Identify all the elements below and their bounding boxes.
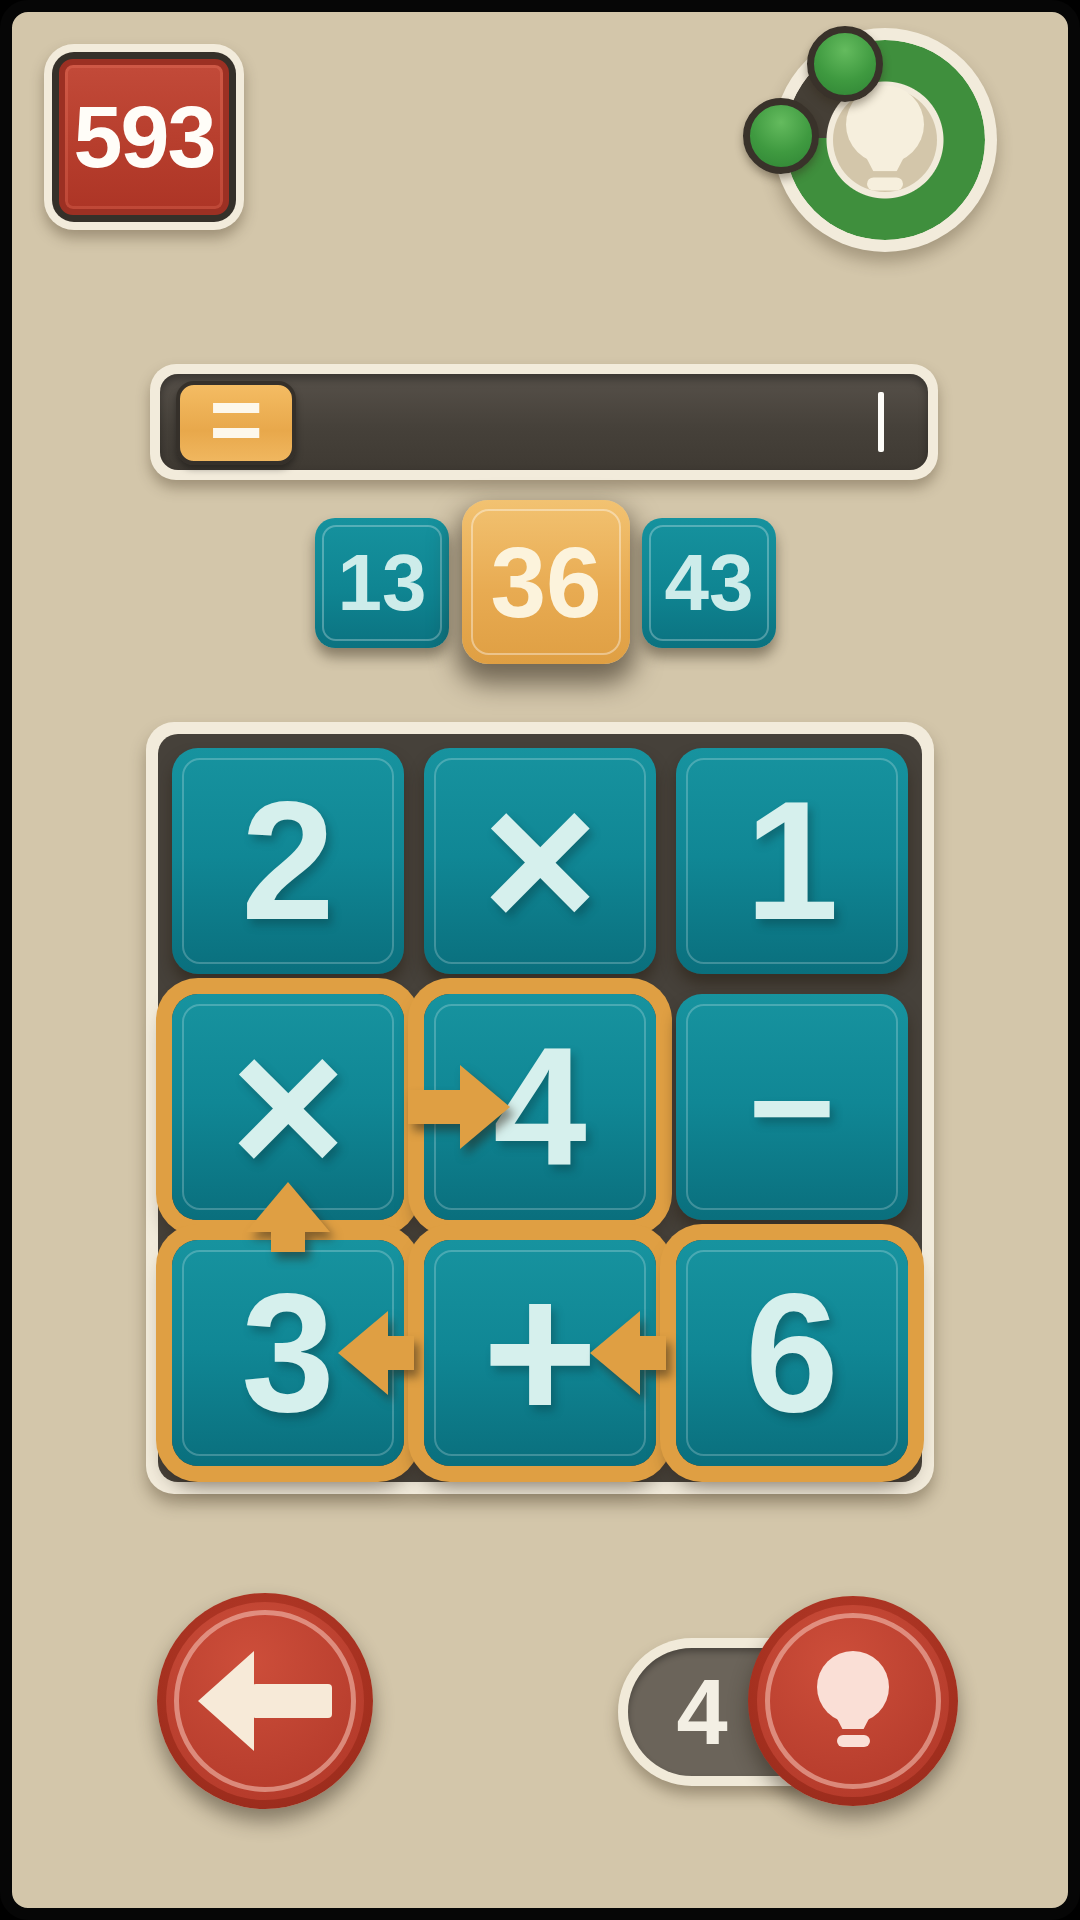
equals-key[interactable]: = [176,381,296,465]
score-badge: 593 [44,44,244,230]
cell-glyph: 2 [241,777,334,945]
puzzle-board: 2 × 1 × 4 − 3 + 6 [158,734,922,1482]
grid-cell-r3c3[interactable]: 6 [676,1240,908,1466]
arrow-left-icon [198,1651,332,1751]
equation-bar: = [150,364,938,480]
cell-glyph: + [482,1254,598,1452]
grid-cell-r2c3[interactable]: − [676,994,908,1220]
cell-glyph: 3 [241,1269,334,1437]
cell-glyph: 6 [745,1269,838,1437]
lightbulb-icon [845,85,925,190]
target-tile-36-active[interactable]: 36 [462,500,630,664]
cell-glyph: × [482,762,598,960]
text-cursor [878,392,884,452]
target-tile-43[interactable]: 43 [642,518,776,648]
cell-glyph: 1 [745,777,838,945]
game-screen: 593 = 13 36 43 2 × 1 × 4 − 3 [0,0,1080,1920]
puzzle-grid-panel: 2 × 1 × 4 − 3 + 6 [146,722,934,1494]
equals-icon: = [209,419,263,427]
grid-cell-r1c2[interactable]: × [424,748,656,974]
ring-knob-icon [807,26,883,102]
grid-cell-r1c3[interactable]: 1 [676,748,908,974]
cell-glyph: − [748,1032,836,1182]
score-value: 593 [44,44,244,230]
hint-ring-button[interactable] [773,28,997,252]
cell-glyph: × [230,1008,346,1206]
lightbulb-icon [816,1651,890,1747]
hint-button[interactable] [748,1596,958,1806]
undo-back-button[interactable] [157,1593,373,1809]
ring-knob-icon [743,98,819,174]
target-tile-13[interactable]: 13 [315,518,449,648]
grid-cell-r1c1[interactable]: 2 [172,748,404,974]
